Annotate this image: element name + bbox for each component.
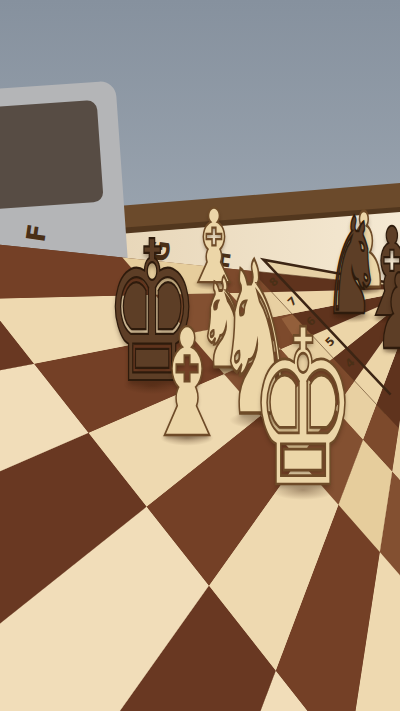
white-bishop-f5: ♝ [187,440,273,536]
white-bishop-g8: ♝ [214,286,275,354]
white-knight-g5-shadow [229,412,285,429]
black-pawn-captured-shadow [382,345,400,355]
white-bishop-g8-shadow [192,277,236,290]
black-bishop-captured-shadow [370,311,400,324]
white-king-g4-shadow [270,480,336,500]
black-knight-captured-shadow [329,309,375,323]
black-bishop-captured: ♝ [392,320,400,390]
white-knight-g6-shadow [202,363,250,377]
pieces-layer: ♟♞♝♟♝♞♚♝♞♚ [0,0,400,711]
photo-stage: DEFGH87654 ♟♞♝♟♝♞♚♝♞♚ [0,0,400,711]
white-king-g4: ♚ [303,492,400,612]
white-pawn-captured-shadow [347,285,381,295]
white-knight-g5: ♞ [257,422,339,514]
black-king-f6-shadow [123,377,181,394]
white-bishop-f5-shadow [160,430,214,446]
